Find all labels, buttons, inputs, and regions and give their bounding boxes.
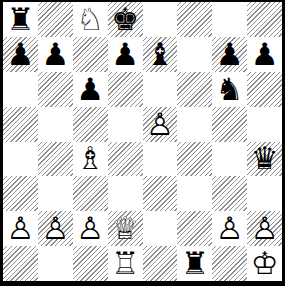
square-b6[interactable]: [38, 72, 73, 107]
piece-glyph: ♕: [111, 213, 139, 244]
square-d1[interactable]: ♜♖: [108, 246, 143, 281]
square-h6[interactable]: [247, 72, 282, 107]
piece-glyph: ♖: [111, 248, 139, 279]
square-b5[interactable]: [38, 107, 73, 142]
square-e5[interactable]: ♟♙: [143, 107, 178, 142]
piece-white-knight[interactable]: ♞♘: [73, 2, 108, 37]
piece-glyph: ♞: [216, 74, 244, 105]
square-h3[interactable]: [247, 176, 282, 211]
square-d5[interactable]: [108, 107, 143, 142]
piece-glyph: ♛: [251, 143, 279, 174]
square-g6[interactable]: ♞: [212, 72, 247, 107]
square-b2[interactable]: ♟♙: [38, 211, 73, 246]
square-f6[interactable]: [177, 72, 212, 107]
chess-board: ♜♞♘♚♟♟♟♝♟♟♟♞♟♙♝♗♛♟♙♟♙♟♙♛♕♟♙♟♙♜♖♜♚♔: [3, 2, 282, 281]
square-c5[interactable]: [73, 107, 108, 142]
square-f2[interactable]: [177, 211, 212, 246]
piece-white-bishop[interactable]: ♝♗: [73, 142, 108, 177]
square-g1[interactable]: [212, 246, 247, 281]
square-h1[interactable]: ♚♔: [247, 246, 282, 281]
square-c8[interactable]: ♞♘: [73, 2, 108, 37]
square-e6[interactable]: [143, 72, 178, 107]
piece-white-pawn[interactable]: ♟♙: [247, 211, 282, 246]
square-h4[interactable]: ♛: [247, 142, 282, 177]
square-f7[interactable]: [177, 37, 212, 72]
square-c3[interactable]: [73, 176, 108, 211]
piece-black-pawn[interactable]: ♟: [212, 37, 247, 72]
square-f1[interactable]: ♜: [177, 246, 212, 281]
square-e4[interactable]: [143, 142, 178, 177]
square-d3[interactable]: [108, 176, 143, 211]
square-a4[interactable]: [3, 142, 38, 177]
square-g7[interactable]: ♟: [212, 37, 247, 72]
piece-glyph: ♟: [216, 39, 244, 70]
piece-white-pawn[interactable]: ♟♙: [73, 211, 108, 246]
square-b3[interactable]: [38, 176, 73, 211]
square-f5[interactable]: [177, 107, 212, 142]
piece-white-pawn[interactable]: ♟♙: [3, 211, 38, 246]
piece-glyph: ♔: [251, 248, 279, 279]
piece-white-rook[interactable]: ♜♖: [108, 246, 143, 281]
square-g8[interactable]: [212, 2, 247, 37]
piece-black-pawn[interactable]: ♟: [73, 72, 108, 107]
square-b4[interactable]: [38, 142, 73, 177]
piece-white-king[interactable]: ♚♔: [247, 246, 282, 281]
piece-glyph: ♟: [7, 39, 35, 70]
piece-white-pawn[interactable]: ♟♙: [212, 211, 247, 246]
square-a6[interactable]: [3, 72, 38, 107]
piece-black-pawn[interactable]: ♟: [108, 37, 143, 72]
piece-glyph: ♟: [111, 39, 139, 70]
board-frame: ♜♞♘♚♟♟♟♝♟♟♟♞♟♙♝♗♛♟♙♟♙♟♙♛♕♟♙♟♙♜♖♜♚♔: [0, 0, 285, 286]
piece-glyph: ♙: [216, 213, 244, 244]
square-b7[interactable]: ♟: [38, 37, 73, 72]
square-d2[interactable]: ♛♕: [108, 211, 143, 246]
square-g4[interactable]: [212, 142, 247, 177]
piece-glyph: ♟: [41, 39, 69, 70]
square-e2[interactable]: [143, 211, 178, 246]
square-a8[interactable]: ♜: [3, 2, 38, 37]
piece-glyph: ♚: [111, 4, 139, 35]
piece-white-pawn[interactable]: ♟♙: [143, 107, 178, 142]
piece-glyph: ♙: [76, 213, 104, 244]
square-d4[interactable]: [108, 142, 143, 177]
square-e3[interactable]: [143, 176, 178, 211]
square-h5[interactable]: [247, 107, 282, 142]
square-d6[interactable]: [108, 72, 143, 107]
square-g5[interactable]: [212, 107, 247, 142]
square-a3[interactable]: [3, 176, 38, 211]
square-d7[interactable]: ♟: [108, 37, 143, 72]
square-e1[interactable]: [143, 246, 178, 281]
piece-white-pawn[interactable]: ♟♙: [38, 211, 73, 246]
piece-black-king[interactable]: ♚: [108, 2, 143, 37]
piece-black-bishop[interactable]: ♝: [143, 37, 178, 72]
piece-glyph: ♘: [76, 4, 104, 35]
square-h2[interactable]: ♟♙: [247, 211, 282, 246]
piece-glyph: ♗: [76, 143, 104, 174]
piece-black-knight[interactable]: ♞: [212, 72, 247, 107]
piece-glyph: ♟: [251, 39, 279, 70]
piece-glyph: ♜: [181, 248, 209, 279]
piece-glyph: ♙: [41, 213, 69, 244]
square-d8[interactable]: ♚: [108, 2, 143, 37]
square-f8[interactable]: [177, 2, 212, 37]
square-a7[interactable]: ♟: [3, 37, 38, 72]
square-c4[interactable]: ♝♗: [73, 142, 108, 177]
piece-black-rook[interactable]: ♜: [3, 2, 38, 37]
piece-black-pawn[interactable]: ♟: [247, 37, 282, 72]
square-a2[interactable]: ♟♙: [3, 211, 38, 246]
square-b1[interactable]: [38, 246, 73, 281]
square-c7[interactable]: [73, 37, 108, 72]
square-b8[interactable]: [38, 2, 73, 37]
piece-black-rook[interactable]: ♜: [177, 246, 212, 281]
square-g2[interactable]: ♟♙: [212, 211, 247, 246]
piece-black-pawn[interactable]: ♟: [3, 37, 38, 72]
piece-glyph: ♜: [7, 4, 35, 35]
piece-black-queen[interactable]: ♛: [247, 142, 282, 177]
square-c6[interactable]: ♟: [73, 72, 108, 107]
square-g3[interactable]: [212, 176, 247, 211]
square-f3[interactable]: [177, 176, 212, 211]
square-e8[interactable]: [143, 2, 178, 37]
square-h7[interactable]: ♟: [247, 37, 282, 72]
piece-glyph: ♙: [7, 213, 35, 244]
square-c2[interactable]: ♟♙: [73, 211, 108, 246]
square-a5[interactable]: [3, 107, 38, 142]
square-a1[interactable]: [3, 246, 38, 281]
piece-glyph: ♝: [146, 39, 174, 70]
piece-glyph: ♟: [76, 74, 104, 105]
square-e7[interactable]: ♝: [143, 37, 178, 72]
piece-black-pawn[interactable]: ♟: [38, 37, 73, 72]
square-c1[interactable]: [73, 246, 108, 281]
piece-glyph: ♙: [146, 109, 174, 140]
piece-glyph: ♙: [251, 213, 279, 244]
square-h8[interactable]: [247, 2, 282, 37]
square-f4[interactable]: [177, 142, 212, 177]
piece-white-queen[interactable]: ♛♕: [108, 211, 143, 246]
